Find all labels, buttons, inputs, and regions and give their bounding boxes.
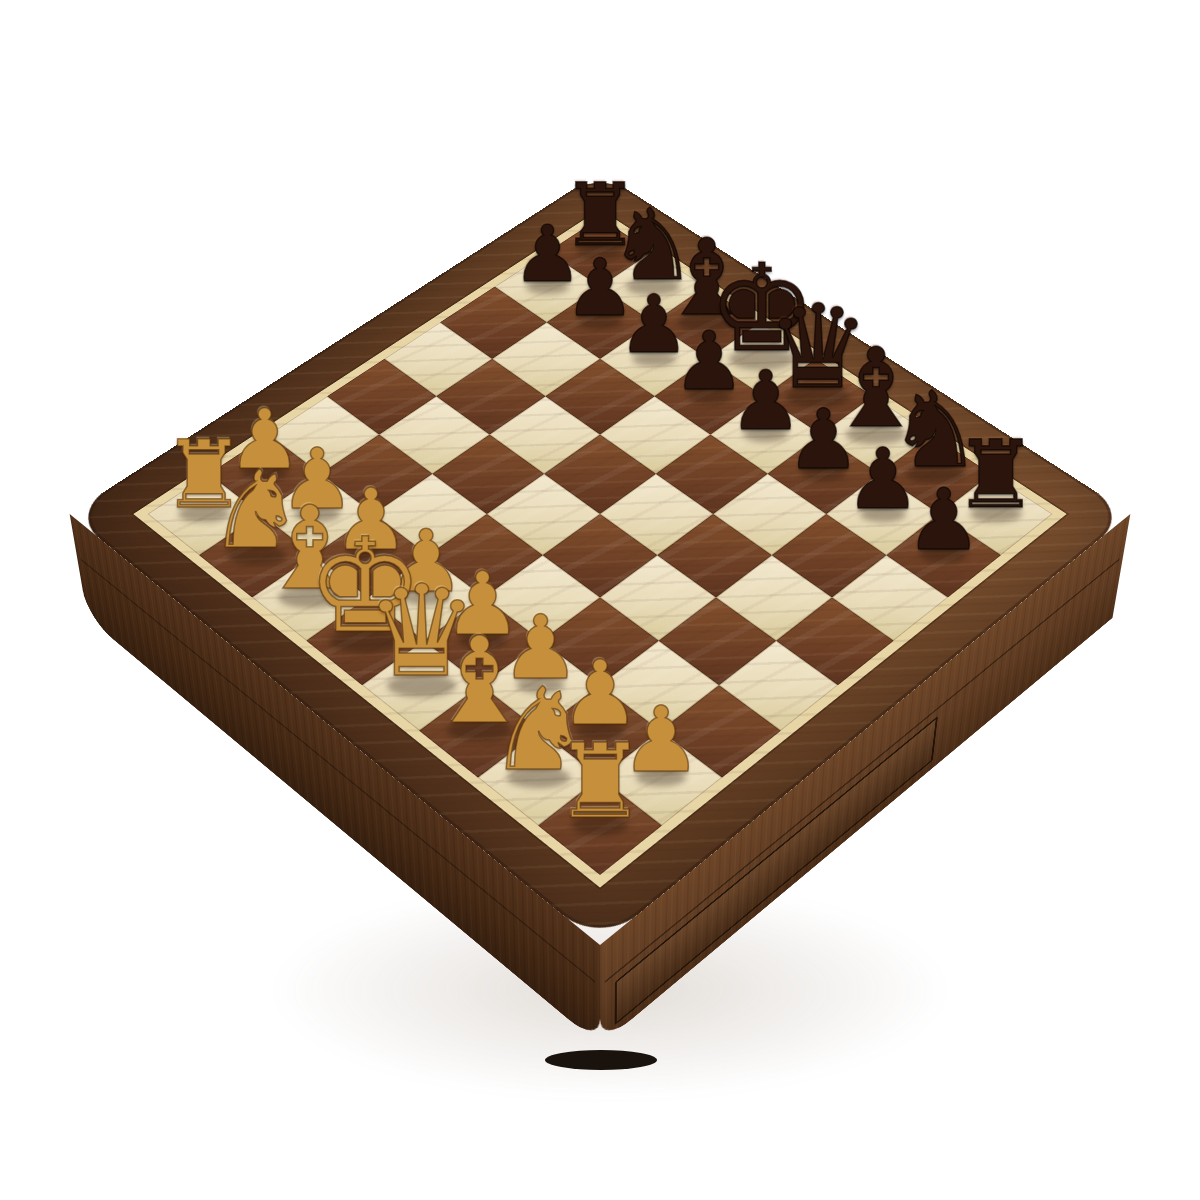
- square-c5[interactable]: [657, 514, 772, 597]
- square-a4[interactable]: [719, 641, 838, 731]
- square-b5[interactable]: [716, 555, 832, 641]
- square-b4[interactable]: [659, 597, 776, 685]
- piece-white-rook-a1[interactable]: ♜: [554, 731, 646, 834]
- square-c4[interactable]: [600, 555, 716, 641]
- square-a5[interactable]: [776, 597, 893, 685]
- chess-box-photo: ♜♞♝♛♚♝♞♜♟♟♟♟♟♟♟♟♟♟♟♟♟♟♟♟♜♞♝♛♚♝♞♜: [0, 0, 1200, 1200]
- square-d4[interactable]: [543, 514, 658, 597]
- piece-black-pawn-a7[interactable]: ♟: [906, 477, 982, 562]
